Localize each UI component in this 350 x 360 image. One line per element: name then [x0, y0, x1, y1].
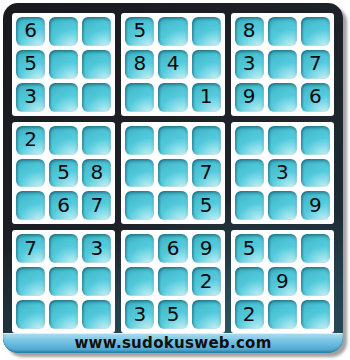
cell-r3c7[interactable]: 9	[235, 83, 264, 112]
cell-r9c9[interactable]	[301, 300, 330, 329]
cell-r8c6[interactable]: 2	[192, 267, 221, 296]
cell-r1c6[interactable]	[192, 17, 221, 46]
cell-r2c1[interactable]: 5	[16, 50, 45, 79]
given-digit: 8	[90, 162, 103, 182]
cell-r7c9[interactable]	[301, 234, 330, 263]
cell-r1c2[interactable]	[49, 17, 78, 46]
cell-r8c2[interactable]	[49, 267, 78, 296]
cell-r7c8[interactable]	[268, 234, 297, 263]
cell-r4c5[interactable]	[158, 126, 187, 155]
cell-r2c7[interactable]: 3	[235, 50, 264, 79]
cell-r2c8[interactable]	[268, 50, 297, 79]
cell-r9c2[interactable]	[49, 300, 78, 329]
cell-r5c7[interactable]	[235, 159, 264, 188]
given-digit: 8	[134, 53, 147, 73]
cell-r6c5[interactable]	[158, 191, 187, 220]
cell-r3c5[interactable]	[158, 83, 187, 112]
cell-r8c5[interactable]	[158, 267, 187, 296]
cell-r1c1[interactable]: 6	[16, 17, 45, 46]
given-digit: 3	[24, 86, 37, 106]
cell-r5c4[interactable]	[125, 159, 154, 188]
cell-r4c2[interactable]	[49, 126, 78, 155]
cell-r6c6[interactable]: 5	[192, 191, 221, 220]
box-4: 25867	[12, 122, 115, 225]
cell-r8c9[interactable]	[301, 267, 330, 296]
given-digit: 2	[24, 129, 37, 149]
given-digit: 6	[309, 86, 322, 106]
cell-r3c3[interactable]	[82, 83, 111, 112]
sudoku-board-plaque: 6535841837962586775397369235592 www.sudo…	[3, 3, 343, 353]
given-digit: 5	[167, 304, 180, 324]
box-1: 653	[12, 13, 115, 116]
cell-r4c7[interactable]	[235, 126, 264, 155]
cell-r2c3[interactable]	[82, 50, 111, 79]
cell-r9c1[interactable]	[16, 300, 45, 329]
cell-r7c6[interactable]: 9	[192, 234, 221, 263]
cell-r3c2[interactable]	[49, 83, 78, 112]
given-digit: 7	[309, 53, 322, 73]
given-digit: 2	[200, 271, 213, 291]
given-digit: 5	[57, 162, 70, 182]
given-digit: 5	[200, 195, 213, 215]
given-digit: 3	[90, 238, 103, 258]
cell-r1c8[interactable]	[268, 17, 297, 46]
cell-r4c6[interactable]	[192, 126, 221, 155]
cell-r9c6[interactable]	[192, 300, 221, 329]
cell-r7c5[interactable]: 6	[158, 234, 187, 263]
sudoku-page: 6535841837962586775397369235592 www.sudo…	[0, 0, 350, 360]
given-digit: 3	[134, 304, 147, 324]
cell-r3c1[interactable]: 3	[16, 83, 45, 112]
cell-r8c8[interactable]: 9	[268, 267, 297, 296]
cell-r5c3[interactable]: 8	[82, 159, 111, 188]
given-digit: 8	[243, 20, 256, 40]
cell-r3c6[interactable]: 1	[192, 83, 221, 112]
cell-r8c4[interactable]	[125, 267, 154, 296]
cell-r8c7[interactable]	[235, 267, 264, 296]
cell-r5c1[interactable]	[16, 159, 45, 188]
box-8: 69235	[121, 230, 224, 333]
cell-r7c3[interactable]: 3	[82, 234, 111, 263]
box-2: 5841	[121, 13, 224, 116]
cell-r3c4[interactable]	[125, 83, 154, 112]
site-url[interactable]: www.sudokusweb.com	[74, 334, 271, 352]
cell-r6c2[interactable]: 6	[49, 191, 78, 220]
given-digit: 3	[276, 162, 289, 182]
given-digit: 6	[167, 238, 180, 258]
cell-r7c1[interactable]: 7	[16, 234, 45, 263]
cell-r6c7[interactable]	[235, 191, 264, 220]
cell-r9c8[interactable]	[268, 300, 297, 329]
cell-r3c9[interactable]: 6	[301, 83, 330, 112]
given-digit: 2	[243, 304, 256, 324]
cell-r6c3[interactable]: 7	[82, 191, 111, 220]
cell-r4c8[interactable]	[268, 126, 297, 155]
cell-r1c4[interactable]: 5	[125, 17, 154, 46]
given-digit: 7	[200, 162, 213, 182]
given-digit: 3	[243, 53, 256, 73]
given-digit: 5	[134, 20, 147, 40]
cell-r4c4[interactable]	[125, 126, 154, 155]
cell-r1c3[interactable]	[82, 17, 111, 46]
cell-r4c3[interactable]	[82, 126, 111, 155]
cell-r8c3[interactable]	[82, 267, 111, 296]
cell-r2c2[interactable]	[49, 50, 78, 79]
cell-r6c1[interactable]	[16, 191, 45, 220]
cell-r6c8[interactable]	[268, 191, 297, 220]
cell-r5c8[interactable]: 3	[268, 159, 297, 188]
given-digit: 6	[57, 195, 70, 215]
cell-r1c9[interactable]	[301, 17, 330, 46]
cell-r4c1[interactable]: 2	[16, 126, 45, 155]
given-digit: 7	[24, 238, 37, 258]
cell-r9c7[interactable]: 2	[235, 300, 264, 329]
cell-r9c5[interactable]: 5	[158, 300, 187, 329]
given-digit: 5	[24, 53, 37, 73]
cell-r7c2[interactable]	[49, 234, 78, 263]
cell-r7c7[interactable]: 5	[235, 234, 264, 263]
given-digit: 4	[167, 53, 180, 73]
cell-r2c6[interactable]	[192, 50, 221, 79]
cell-r2c9[interactable]: 7	[301, 50, 330, 79]
footer-banner: www.sudokusweb.com	[3, 333, 343, 353]
cell-r1c5[interactable]	[158, 17, 187, 46]
cell-r6c9[interactable]: 9	[301, 191, 330, 220]
given-digit: 9	[243, 86, 256, 106]
cell-r9c4[interactable]: 3	[125, 300, 154, 329]
given-digit: 6	[24, 20, 37, 40]
given-digit: 7	[90, 195, 103, 215]
cell-r5c6[interactable]: 7	[192, 159, 221, 188]
cell-r5c5[interactable]	[158, 159, 187, 188]
cell-r4c9[interactable]	[301, 126, 330, 155]
sudoku-grid: 6535841837962586775397369235592	[12, 13, 334, 333]
cell-r1c7[interactable]: 8	[235, 17, 264, 46]
box-3: 83796	[231, 13, 334, 116]
box-9: 592	[231, 230, 334, 333]
given-digit: 9	[200, 238, 213, 258]
given-digit: 1	[200, 86, 213, 106]
given-digit: 9	[276, 271, 289, 291]
cell-r2c5[interactable]: 4	[158, 50, 187, 79]
cell-r2c4[interactable]: 8	[125, 50, 154, 79]
cell-r5c9[interactable]	[301, 159, 330, 188]
box-6: 39	[231, 122, 334, 225]
cell-r9c3[interactable]	[82, 300, 111, 329]
box-7: 73	[12, 230, 115, 333]
cell-r8c1[interactable]	[16, 267, 45, 296]
cell-r3c8[interactable]	[268, 83, 297, 112]
cell-r5c2[interactable]: 5	[49, 159, 78, 188]
cell-r6c4[interactable]	[125, 191, 154, 220]
given-digit: 9	[309, 195, 322, 215]
box-5: 75	[121, 122, 224, 225]
given-digit: 5	[243, 238, 256, 258]
cell-r7c4[interactable]	[125, 234, 154, 263]
